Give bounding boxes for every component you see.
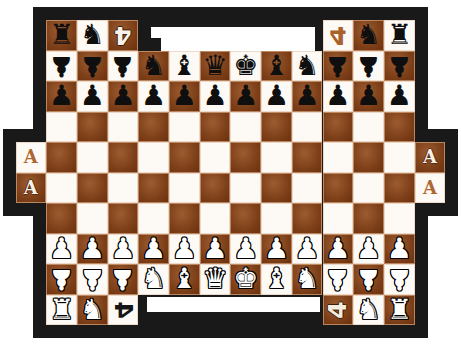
black-pawn: ♟ — [387, 81, 412, 111]
square-c13r9[interactable]: ♟ — [384, 264, 415, 295]
square-c5r2[interactable]: ♞ — [138, 51, 169, 82]
square-c11r2[interactable]: ♟ — [323, 51, 354, 82]
square-c13r8[interactable]: ♟ — [384, 234, 415, 265]
black-chalice: ♟ — [110, 51, 135, 81]
square-c3r6[interactable] — [77, 173, 108, 204]
white-chalice: ♟ — [80, 264, 105, 294]
black-pawn: ♟ — [110, 81, 135, 111]
white-pawn: ♟ — [387, 234, 412, 264]
square-c3r10[interactable]: ♞ — [77, 295, 108, 326]
square-c11r10[interactable]: 4 — [323, 295, 354, 326]
black-pawn: ♟ — [295, 81, 320, 111]
square-c8r6[interactable] — [230, 173, 261, 204]
white-rook: ♜ — [387, 295, 412, 325]
square-c1r6[interactable]: A — [16, 173, 47, 204]
square-c2r5[interactable] — [46, 142, 77, 173]
square-c12r5[interactable] — [353, 142, 384, 173]
square-c13r4[interactable] — [384, 112, 415, 143]
board-frame-top-band — [140, 7, 318, 27]
square-c4r2[interactable]: ♟ — [108, 51, 139, 82]
square-c14r6[interactable]: A — [415, 173, 446, 204]
square-c10r2[interactable]: ♞ — [292, 51, 323, 82]
square-c7r4[interactable] — [200, 112, 231, 143]
square-c11r7[interactable] — [323, 203, 354, 234]
square-c11r5[interactable] — [323, 142, 354, 173]
square-c3r7[interactable] — [77, 203, 108, 234]
square-c8r3[interactable]: ♟ — [230, 81, 261, 112]
square-c4r10[interactable]: 4 — [108, 295, 139, 326]
black-rook: ♜ — [49, 20, 74, 50]
square-c11r1[interactable]: 4 — [323, 20, 354, 51]
square-c3r4[interactable] — [77, 112, 108, 143]
white-knight: ♞ — [141, 264, 166, 294]
white-wizard: 4 — [109, 301, 137, 318]
square-c9r9[interactable]: ♝ — [261, 264, 292, 295]
board: ♜♞44♞♜♟♟♟♞♝♛♚♝♞♟♟♟♟♟♟♟♟♟♟♟♟♟♟♟AAAA♟♟♟♟♟♟… — [0, 0, 461, 346]
white-chalice: ♟ — [110, 264, 135, 294]
white-pawn: ♟ — [172, 234, 197, 264]
square-c8r2[interactable]: ♚ — [230, 51, 261, 82]
black-pawn: ♟ — [233, 81, 258, 111]
white-rook: ♜ — [49, 295, 74, 325]
white-knight: ♞ — [356, 295, 381, 325]
white-chalice: ♟ — [325, 264, 350, 294]
square-c9r5[interactable] — [261, 142, 292, 173]
black-king: ♚ — [233, 51, 258, 81]
square-c9r6[interactable] — [261, 173, 292, 204]
black-pawn: ♟ — [172, 81, 197, 111]
black-bishop: ♝ — [264, 51, 289, 81]
square-c10r7[interactable] — [292, 203, 323, 234]
square-c5r8[interactable]: ♟ — [138, 234, 169, 265]
square-c9r4[interactable] — [261, 112, 292, 143]
square-c2r8[interactable]: ♟ — [46, 234, 77, 265]
square-c5r5[interactable] — [138, 142, 169, 173]
square-c7r9[interactable]: ♛ — [200, 264, 231, 295]
square-c12r2[interactable]: ♟ — [353, 51, 384, 82]
black-pawn: ♟ — [80, 81, 105, 111]
square-c3r9[interactable]: ♟ — [77, 264, 108, 295]
board-bottom-notch — [147, 297, 320, 313]
citadel-piece: A — [24, 146, 38, 168]
square-c4r7[interactable] — [108, 203, 139, 234]
square-c8r4[interactable] — [230, 112, 261, 143]
square-c8r8[interactable]: ♟ — [230, 234, 261, 265]
square-c7r8[interactable]: ♟ — [200, 234, 231, 265]
black-knight: ♞ — [141, 51, 166, 81]
black-queen: ♛ — [202, 51, 227, 81]
square-c2r9[interactable]: ♟ — [46, 264, 77, 295]
square-c6r4[interactable] — [169, 112, 200, 143]
square-c6r6[interactable] — [169, 173, 200, 204]
square-c12r1[interactable]: ♞ — [353, 20, 384, 51]
black-rook: ♜ — [387, 20, 412, 50]
square-c7r7[interactable] — [200, 203, 231, 234]
square-c4r1[interactable]: 4 — [108, 20, 139, 51]
square-c7r2[interactable]: ♛ — [200, 51, 231, 82]
square-c7r6[interactable] — [200, 173, 231, 204]
square-c12r6[interactable] — [353, 173, 384, 204]
white-wizard: 4 — [324, 301, 352, 318]
square-c10r8[interactable]: ♟ — [292, 234, 323, 265]
black-chalice: ♟ — [387, 51, 412, 81]
white-chalice: ♟ — [387, 264, 412, 294]
square-c6r7[interactable] — [169, 203, 200, 234]
square-c2r3[interactable]: ♟ — [46, 81, 77, 112]
black-wizard: 4 — [114, 21, 131, 49]
black-pawn: ♟ — [202, 81, 227, 111]
square-c12r8[interactable]: ♟ — [353, 234, 384, 265]
square-c5r4[interactable] — [138, 112, 169, 143]
square-c12r10[interactable]: ♞ — [353, 295, 384, 326]
square-c5r9[interactable]: ♞ — [138, 264, 169, 295]
square-c12r9[interactable]: ♟ — [353, 264, 384, 295]
square-c13r10[interactable]: ♜ — [384, 295, 415, 326]
square-c8r9[interactable]: ♚ — [230, 264, 261, 295]
white-pawn: ♟ — [141, 234, 166, 264]
white-pawn: ♟ — [264, 234, 289, 264]
square-c8r7[interactable] — [230, 203, 261, 234]
square-c3r2[interactable]: ♟ — [77, 51, 108, 82]
square-c10r6[interactable] — [292, 173, 323, 204]
square-c9r7[interactable] — [261, 203, 292, 234]
square-c3r8[interactable]: ♟ — [77, 234, 108, 265]
square-c11r8[interactable]: ♟ — [323, 234, 354, 265]
square-c6r5[interactable] — [169, 142, 200, 173]
white-chalice: ♟ — [356, 264, 381, 294]
square-c9r3[interactable]: ♟ — [261, 81, 292, 112]
square-c5r6[interactable] — [138, 173, 169, 204]
square-c3r3[interactable]: ♟ — [77, 81, 108, 112]
black-knight: ♞ — [356, 20, 381, 50]
square-c6r2[interactable]: ♝ — [169, 51, 200, 82]
black-pawn: ♟ — [325, 81, 350, 111]
square-c6r8[interactable]: ♟ — [169, 234, 200, 265]
square-c13r6[interactable] — [384, 173, 415, 204]
black-chalice: ♟ — [49, 51, 74, 81]
square-c2r1[interactable]: ♜ — [46, 20, 77, 51]
white-pawn: ♟ — [356, 234, 381, 264]
black-knight: ♞ — [295, 51, 320, 81]
white-pawn: ♟ — [202, 234, 227, 264]
square-c3r1[interactable]: ♞ — [77, 20, 108, 51]
square-c10r5[interactable] — [292, 142, 323, 173]
black-pawn: ♟ — [49, 81, 74, 111]
white-knight: ♞ — [295, 264, 320, 294]
square-c13r5[interactable] — [384, 142, 415, 173]
black-wizard: 4 — [329, 21, 346, 49]
square-c12r7[interactable] — [353, 203, 384, 234]
square-c10r3[interactable]: ♟ — [292, 81, 323, 112]
black-pawn: ♟ — [264, 81, 289, 111]
square-c9r8[interactable]: ♟ — [261, 234, 292, 265]
white-king: ♚ — [233, 264, 258, 294]
square-c13r7[interactable] — [384, 203, 415, 234]
white-knight: ♞ — [80, 295, 105, 325]
board-top-notch — [161, 27, 315, 51]
white-bishop: ♝ — [172, 264, 197, 294]
square-c4r3[interactable]: ♟ — [108, 81, 139, 112]
white-pawn: ♟ — [295, 234, 320, 264]
square-c11r6[interactable] — [323, 173, 354, 204]
square-c9r2[interactable]: ♝ — [261, 51, 292, 82]
square-c13r3[interactable]: ♟ — [384, 81, 415, 112]
square-c4r9[interactable]: ♟ — [108, 264, 139, 295]
black-chalice: ♟ — [356, 51, 381, 81]
white-chalice: ♟ — [49, 264, 74, 294]
square-c13r1[interactable]: ♜ — [384, 20, 415, 51]
black-bishop: ♝ — [172, 51, 197, 81]
black-chalice: ♟ — [325, 51, 350, 81]
square-c3r5[interactable] — [77, 142, 108, 173]
white-pawn: ♟ — [110, 234, 135, 264]
square-c8r5[interactable] — [230, 142, 261, 173]
square-c4r5[interactable] — [108, 142, 139, 173]
square-c7r3[interactable]: ♟ — [200, 81, 231, 112]
square-c2r10[interactable]: ♜ — [46, 295, 77, 326]
white-pawn: ♟ — [80, 234, 105, 264]
square-c12r4[interactable] — [353, 112, 384, 143]
black-knight: ♞ — [80, 20, 105, 50]
square-c11r4[interactable] — [323, 112, 354, 143]
white-pawn: ♟ — [325, 234, 350, 264]
square-c5r7[interactable] — [138, 203, 169, 234]
square-c4r4[interactable] — [108, 112, 139, 143]
square-c7r5[interactable] — [200, 142, 231, 173]
square-c14r5[interactable]: A — [415, 142, 446, 173]
citadel-piece: A — [423, 146, 437, 168]
square-c6r9[interactable]: ♝ — [169, 264, 200, 295]
square-c2r2[interactable]: ♟ — [46, 51, 77, 82]
black-pawn: ♟ — [356, 81, 381, 111]
square-c12r3[interactable]: ♟ — [353, 81, 384, 112]
black-chalice: ♟ — [80, 51, 105, 81]
white-pawn: ♟ — [233, 234, 258, 264]
white-bishop: ♝ — [264, 264, 289, 294]
square-c5r3[interactable]: ♟ — [138, 81, 169, 112]
square-c6r3[interactable]: ♟ — [169, 81, 200, 112]
citadel-piece: A — [24, 177, 38, 199]
square-c10r9[interactable]: ♞ — [292, 264, 323, 295]
square-c2r4[interactable] — [46, 112, 77, 143]
white-pawn: ♟ — [49, 234, 74, 264]
board-frame-bottom-band — [140, 312, 320, 338]
square-c11r9[interactable]: ♟ — [323, 264, 354, 295]
white-queen: ♛ — [202, 264, 227, 294]
square-c2r6[interactable] — [46, 173, 77, 204]
square-c1r5[interactable]: A — [16, 142, 47, 173]
black-pawn: ♟ — [141, 81, 166, 111]
square-c4r6[interactable] — [108, 173, 139, 204]
square-c13r2[interactable]: ♟ — [384, 51, 415, 82]
citadel-piece: A — [423, 177, 437, 199]
square-c2r7[interactable] — [46, 203, 77, 234]
square-c4r8[interactable]: ♟ — [108, 234, 139, 265]
square-c10r4[interactable] — [292, 112, 323, 143]
square-c11r3[interactable]: ♟ — [323, 81, 354, 112]
